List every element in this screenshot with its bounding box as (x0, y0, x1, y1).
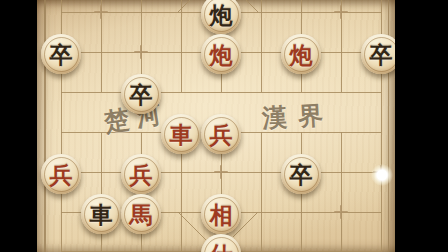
piece-black-soldier[interactable]: 卒 (41, 34, 81, 74)
piece-glyph: 兵 (210, 123, 233, 146)
piece-red-horse[interactable]: 馬 (121, 194, 161, 234)
piece-glyph: 兵 (50, 163, 73, 186)
piece-red-soldier[interactable]: 兵 (201, 114, 241, 154)
piece-glyph: 車 (90, 203, 113, 226)
move-indicator-dot (371, 164, 393, 186)
piece-red-cannon[interactable]: 炮 (201, 34, 241, 74)
letterbox-right (395, 0, 448, 252)
piece-glyph: 兵 (130, 163, 153, 186)
piece-glyph: 卒 (370, 43, 393, 66)
piece-black-chariot[interactable]: 車 (81, 194, 121, 234)
letterbox-left (0, 0, 37, 252)
river-label-hanjie: 漢界 (261, 98, 335, 135)
piece-glyph: 卒 (290, 163, 313, 186)
piece-glyph: 炮 (210, 43, 233, 66)
piece-glyph: 相 (210, 203, 233, 226)
piece-black-soldier[interactable]: 卒 (121, 74, 161, 114)
piece-glyph: 卒 (130, 83, 153, 106)
piece-red-elephant[interactable]: 相 (201, 194, 241, 234)
piece-red-soldier[interactable]: 兵 (121, 154, 161, 194)
piece-glyph: 仕 (210, 243, 233, 252)
piece-red-cannon[interactable]: 炮 (281, 34, 321, 74)
piece-glyph: 炮 (290, 43, 313, 66)
piece-glyph: 馬 (130, 203, 153, 226)
piece-glyph: 卒 (50, 43, 73, 66)
game-screen: 楚河 漢界 炮卒炮炮卒卒車兵兵兵卒車馬相仕 (0, 0, 448, 252)
piece-glyph: 車 (170, 123, 193, 146)
piece-black-soldier[interactable]: 卒 (281, 154, 321, 194)
piece-red-chariot[interactable]: 車 (161, 114, 201, 154)
piece-glyph: 炮 (210, 3, 233, 26)
piece-red-soldier[interactable]: 兵 (41, 154, 81, 194)
